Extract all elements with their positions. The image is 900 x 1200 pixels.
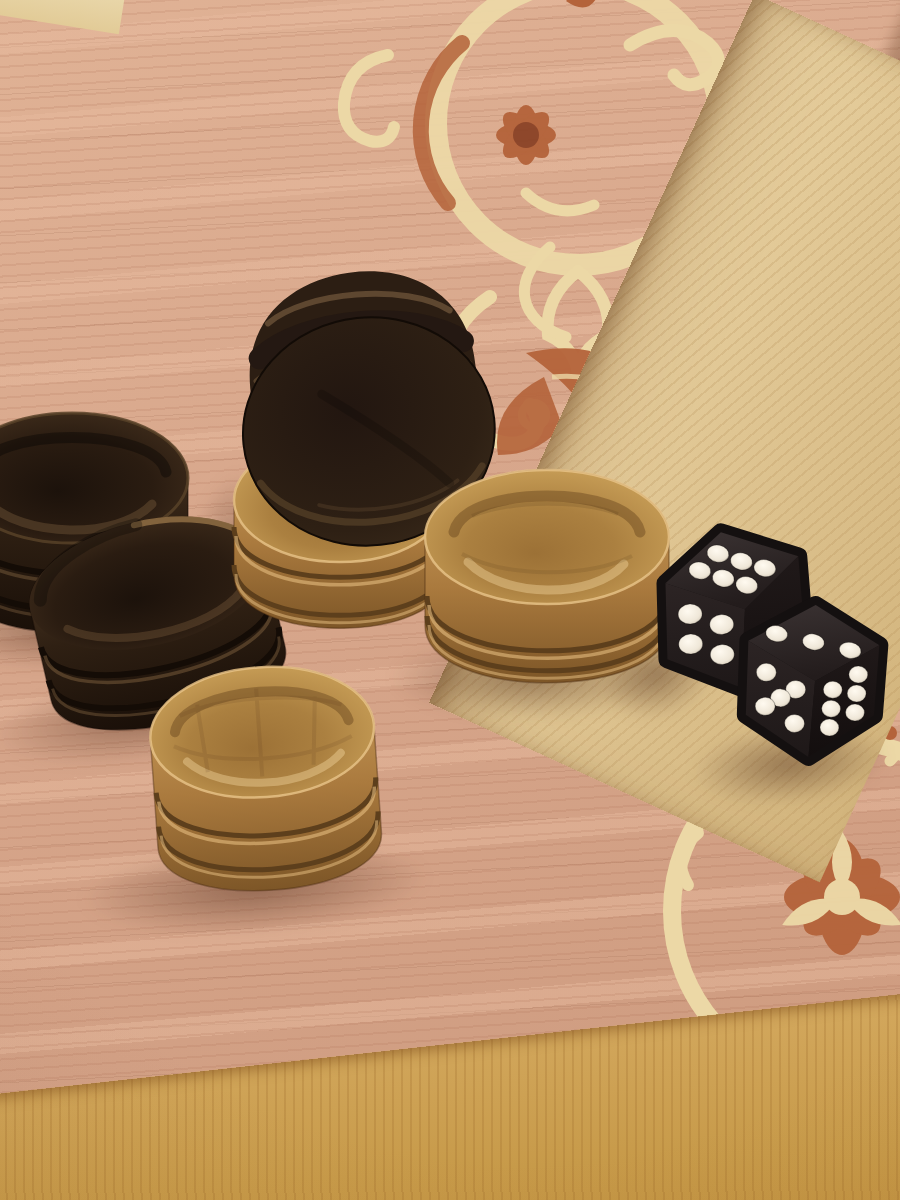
light-checker-stack-bottom-left — [113, 630, 421, 915]
black-die-right — [720, 582, 900, 783]
photo-scene — [0, 0, 900, 1200]
